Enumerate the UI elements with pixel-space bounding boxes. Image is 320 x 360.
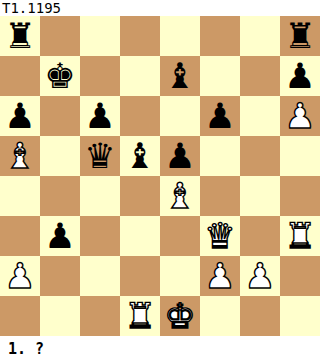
- square-c3[interactable]: [80, 216, 120, 256]
- square-f6[interactable]: ♟: [200, 96, 240, 136]
- square-g8[interactable]: [240, 16, 280, 56]
- black-bishop-d5: ♝: [124, 136, 155, 176]
- square-f4[interactable]: [200, 176, 240, 216]
- square-d2[interactable]: [120, 256, 160, 296]
- square-c1[interactable]: [80, 296, 120, 336]
- square-c5[interactable]: ♛: [80, 136, 120, 176]
- square-a6[interactable]: ♟: [0, 96, 40, 136]
- square-a7[interactable]: [0, 56, 40, 96]
- square-e3[interactable]: [160, 216, 200, 256]
- square-h8[interactable]: ♜: [280, 16, 320, 56]
- square-h4[interactable]: [280, 176, 320, 216]
- square-e1[interactable]: ♚: [160, 296, 200, 336]
- square-b8[interactable]: [40, 16, 80, 56]
- square-d6[interactable]: [120, 96, 160, 136]
- white-pawn-f2: ♟: [204, 256, 235, 296]
- square-f1[interactable]: [200, 296, 240, 336]
- square-h3[interactable]: ♜: [280, 216, 320, 256]
- square-g2[interactable]: ♟: [240, 256, 280, 296]
- black-pawn-f6: ♟: [204, 96, 235, 136]
- black-pawn-b3: ♟: [44, 216, 75, 256]
- square-g1[interactable]: [240, 296, 280, 336]
- square-e8[interactable]: [160, 16, 200, 56]
- square-c8[interactable]: [80, 16, 120, 56]
- square-b6[interactable]: [40, 96, 80, 136]
- square-b5[interactable]: [40, 136, 80, 176]
- black-pawn-c6: ♟: [84, 96, 115, 136]
- white-pawn-g2: ♟: [244, 256, 275, 296]
- white-rook-d1: ♜: [124, 296, 155, 336]
- chess-board: ♜♜♚♝♟♟♟♟♟♝♛♝♟♝♟♛♜♟♟♟♜♚: [0, 16, 320, 336]
- puzzle-id: T1.1195: [0, 0, 320, 16]
- black-pawn-a6: ♟: [4, 96, 35, 136]
- square-f8[interactable]: [200, 16, 240, 56]
- square-g7[interactable]: [240, 56, 280, 96]
- square-b4[interactable]: [40, 176, 80, 216]
- square-e2[interactable]: [160, 256, 200, 296]
- square-a2[interactable]: ♟: [0, 256, 40, 296]
- square-d5[interactable]: ♝: [120, 136, 160, 176]
- square-e6[interactable]: [160, 96, 200, 136]
- square-b2[interactable]: [40, 256, 80, 296]
- white-bishop-a5: ♝: [4, 136, 35, 176]
- square-f5[interactable]: [200, 136, 240, 176]
- square-d8[interactable]: [120, 16, 160, 56]
- black-king-b7: ♚: [44, 56, 75, 96]
- square-e4[interactable]: ♝: [160, 176, 200, 216]
- square-h2[interactable]: [280, 256, 320, 296]
- black-rook-h8: ♜: [284, 16, 315, 56]
- square-h7[interactable]: ♟: [280, 56, 320, 96]
- white-pawn-a2: ♟: [4, 256, 35, 296]
- square-c4[interactable]: [80, 176, 120, 216]
- square-e5[interactable]: ♟: [160, 136, 200, 176]
- square-d7[interactable]: [120, 56, 160, 96]
- square-d3[interactable]: [120, 216, 160, 256]
- white-queen-f3: ♛: [204, 216, 235, 256]
- square-a8[interactable]: ♜: [0, 16, 40, 56]
- square-a1[interactable]: [0, 296, 40, 336]
- square-c6[interactable]: ♟: [80, 96, 120, 136]
- square-h6[interactable]: ♟: [280, 96, 320, 136]
- black-queen-c5: ♛: [84, 136, 115, 176]
- white-king-e1: ♚: [164, 296, 195, 336]
- black-rook-a8: ♜: [4, 16, 35, 56]
- black-pawn-e5: ♟: [164, 136, 195, 176]
- move-prompt: 1. ?: [0, 336, 320, 360]
- square-f2[interactable]: ♟: [200, 256, 240, 296]
- square-d4[interactable]: [120, 176, 160, 216]
- white-rook-h3: ♜: [284, 216, 315, 256]
- square-b3[interactable]: ♟: [40, 216, 80, 256]
- square-c2[interactable]: [80, 256, 120, 296]
- square-h1[interactable]: [280, 296, 320, 336]
- square-a4[interactable]: [0, 176, 40, 216]
- chess-puzzle-page: T1.1195 ♜♜♚♝♟♟♟♟♟♝♛♝♟♝♟♛♜♟♟♟♜♚ 1. ?: [0, 0, 320, 360]
- square-b1[interactable]: [40, 296, 80, 336]
- square-f3[interactable]: ♛: [200, 216, 240, 256]
- square-g3[interactable]: [240, 216, 280, 256]
- white-pawn-h6: ♟: [284, 96, 315, 136]
- square-f7[interactable]: [200, 56, 240, 96]
- square-d1[interactable]: ♜: [120, 296, 160, 336]
- square-h5[interactable]: [280, 136, 320, 176]
- square-g4[interactable]: [240, 176, 280, 216]
- square-b7[interactable]: ♚: [40, 56, 80, 96]
- square-a5[interactable]: ♝: [0, 136, 40, 176]
- square-e7[interactable]: ♝: [160, 56, 200, 96]
- square-a3[interactable]: [0, 216, 40, 256]
- black-bishop-e7: ♝: [164, 56, 195, 96]
- square-g6[interactable]: [240, 96, 280, 136]
- square-g5[interactable]: [240, 136, 280, 176]
- white-bishop-e4: ♝: [164, 176, 195, 216]
- black-pawn-h7: ♟: [284, 56, 315, 96]
- square-c7[interactable]: [80, 56, 120, 96]
